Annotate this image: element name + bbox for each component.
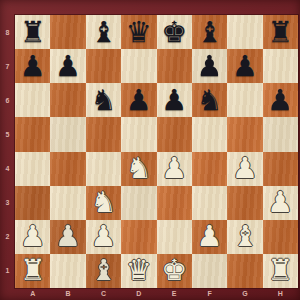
square-e5[interactable] — [157, 117, 192, 151]
rank-label-5: 5 — [0, 117, 15, 151]
black-pawn-e6[interactable]: ♟ — [161, 86, 187, 115]
square-c1[interactable]: ♝ — [86, 254, 121, 288]
rank-labels: 87654321 — [0, 15, 15, 288]
square-d5[interactable] — [121, 117, 156, 151]
square-f8[interactable]: ♝ — [192, 15, 227, 49]
file-label-h: H — [263, 288, 298, 300]
square-c8[interactable]: ♝ — [86, 15, 121, 49]
square-a8[interactable]: ♜ — [15, 15, 50, 49]
square-h4[interactable] — [263, 152, 298, 186]
white-pawn-a2[interactable]: ♟ — [20, 222, 46, 251]
square-c5[interactable] — [86, 117, 121, 151]
square-h5[interactable] — [263, 117, 298, 151]
square-f1[interactable] — [192, 254, 227, 288]
rank-label-7: 7 — [0, 49, 15, 83]
square-c2[interactable]: ♟ — [86, 220, 121, 254]
square-h7[interactable] — [263, 49, 298, 83]
square-c3[interactable]: ♞ — [86, 186, 121, 220]
square-f2[interactable]: ♟ — [192, 220, 227, 254]
square-b2[interactable]: ♟ — [50, 220, 85, 254]
square-a2[interactable]: ♟ — [15, 220, 50, 254]
file-label-f: F — [192, 288, 227, 300]
black-bishop-f8[interactable]: ♝ — [197, 18, 223, 47]
square-h6[interactable]: ♟ — [263, 83, 298, 117]
black-pawn-d6[interactable]: ♟ — [126, 86, 152, 115]
square-d8[interactable]: ♛ — [121, 15, 156, 49]
white-knight-d4[interactable]: ♞ — [126, 154, 152, 183]
square-f3[interactable] — [192, 186, 227, 220]
square-c6[interactable]: ♞ — [86, 83, 121, 117]
square-b1[interactable] — [50, 254, 85, 288]
square-e4[interactable]: ♟ — [157, 152, 192, 186]
black-king-e8[interactable]: ♚ — [161, 18, 187, 47]
file-label-e: E — [157, 288, 192, 300]
rank-label-2: 2 — [0, 220, 15, 254]
square-d7[interactable] — [121, 49, 156, 83]
rank-label-6: 6 — [0, 83, 15, 117]
chess-diagram-frame: 87654321 ABCDEFGH ♜♝♛♚♝♜♟♟♟♟♞♟♟♞♟♞♟♟♞♟♟♟… — [0, 0, 300, 300]
white-rook-h1[interactable]: ♜ — [267, 256, 293, 285]
square-h1[interactable]: ♜ — [263, 254, 298, 288]
file-label-c: C — [86, 288, 121, 300]
square-e7[interactable] — [157, 49, 192, 83]
square-a3[interactable] — [15, 186, 50, 220]
black-queen-d8[interactable]: ♛ — [126, 18, 152, 47]
square-f7[interactable]: ♟ — [192, 49, 227, 83]
white-knight-c3[interactable]: ♞ — [90, 188, 116, 217]
file-labels: ABCDEFGH — [15, 288, 298, 300]
square-a4[interactable] — [15, 152, 50, 186]
square-d4[interactable]: ♞ — [121, 152, 156, 186]
square-a6[interactable] — [15, 83, 50, 117]
black-pawn-f7[interactable]: ♟ — [197, 52, 223, 81]
square-g1[interactable] — [227, 254, 262, 288]
square-g2[interactable]: ♝ — [227, 220, 262, 254]
black-knight-f6[interactable]: ♞ — [197, 86, 223, 115]
square-b6[interactable] — [50, 83, 85, 117]
rank-label-1: 1 — [0, 254, 15, 288]
square-b4[interactable] — [50, 152, 85, 186]
square-d2[interactable] — [121, 220, 156, 254]
square-h2[interactable] — [263, 220, 298, 254]
square-d1[interactable]: ♛ — [121, 254, 156, 288]
black-pawn-g7[interactable]: ♟ — [232, 52, 258, 81]
file-label-a: A — [15, 288, 50, 300]
square-h8[interactable]: ♜ — [263, 15, 298, 49]
square-g8[interactable] — [227, 15, 262, 49]
black-rook-h8[interactable]: ♜ — [267, 18, 293, 47]
white-pawn-c2[interactable]: ♟ — [90, 222, 116, 251]
black-pawn-h6[interactable]: ♟ — [267, 86, 293, 115]
black-pawn-a7[interactable]: ♟ — [20, 52, 46, 81]
file-label-d: D — [121, 288, 156, 300]
square-g5[interactable] — [227, 117, 262, 151]
square-d3[interactable] — [121, 186, 156, 220]
square-a7[interactable]: ♟ — [15, 49, 50, 83]
white-pawn-f2[interactable]: ♟ — [197, 222, 223, 251]
square-f6[interactable]: ♞ — [192, 83, 227, 117]
square-e3[interactable] — [157, 186, 192, 220]
rank-label-3: 3 — [0, 186, 15, 220]
square-g4[interactable]: ♟ — [227, 152, 262, 186]
square-e2[interactable] — [157, 220, 192, 254]
white-bishop-g2[interactable]: ♝ — [232, 222, 258, 251]
white-king-e1[interactable]: ♚ — [161, 256, 187, 285]
black-bishop-c8[interactable]: ♝ — [90, 18, 116, 47]
white-pawn-g4[interactable]: ♟ — [232, 154, 258, 183]
square-a1[interactable]: ♜ — [15, 254, 50, 288]
rank-label-8: 8 — [0, 15, 15, 49]
square-b5[interactable] — [50, 117, 85, 151]
white-pawn-h3[interactable]: ♟ — [267, 188, 293, 217]
square-c4[interactable] — [86, 152, 121, 186]
square-a5[interactable] — [15, 117, 50, 151]
white-pawn-b2[interactable]: ♟ — [55, 222, 81, 251]
white-pawn-e4[interactable]: ♟ — [161, 154, 187, 183]
white-queen-d1[interactable]: ♛ — [126, 256, 152, 285]
white-rook-a1[interactable]: ♜ — [20, 256, 46, 285]
square-g3[interactable] — [227, 186, 262, 220]
square-b3[interactable] — [50, 186, 85, 220]
black-pawn-b7[interactable]: ♟ — [55, 52, 81, 81]
square-e1[interactable]: ♚ — [157, 254, 192, 288]
file-label-b: B — [50, 288, 85, 300]
file-label-g: G — [227, 288, 262, 300]
square-f4[interactable] — [192, 152, 227, 186]
square-e8[interactable]: ♚ — [157, 15, 192, 49]
black-rook-a8[interactable]: ♜ — [20, 18, 46, 47]
square-b7[interactable]: ♟ — [50, 49, 85, 83]
square-h3[interactable]: ♟ — [263, 186, 298, 220]
square-e6[interactable]: ♟ — [157, 83, 192, 117]
white-bishop-c1[interactable]: ♝ — [90, 256, 116, 285]
square-g6[interactable] — [227, 83, 262, 117]
black-knight-c6[interactable]: ♞ — [90, 86, 116, 115]
square-f5[interactable] — [192, 117, 227, 151]
square-g7[interactable]: ♟ — [227, 49, 262, 83]
chess-board: ♜♝♛♚♝♜♟♟♟♟♞♟♟♞♟♞♟♟♞♟♟♟♟♟♝♜♝♛♚♜ — [15, 15, 298, 288]
square-b8[interactable] — [50, 15, 85, 49]
square-d6[interactable]: ♟ — [121, 83, 156, 117]
square-c7[interactable] — [86, 49, 121, 83]
rank-label-4: 4 — [0, 152, 15, 186]
